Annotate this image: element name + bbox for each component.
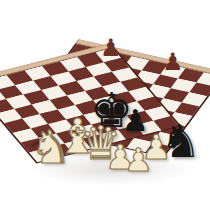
board-edge-pawn-knob: ♟ bbox=[100, 36, 122, 60]
piece-white-knight: ♞ bbox=[30, 124, 71, 170]
board-edge-pawn-knob: ♟ bbox=[162, 50, 184, 74]
piece-white-pawn-2: ♟ bbox=[124, 144, 153, 176]
chess-set-photo: ♟♟♟♚♟♝♛♞♞♟♟♟ bbox=[0, 0, 210, 210]
